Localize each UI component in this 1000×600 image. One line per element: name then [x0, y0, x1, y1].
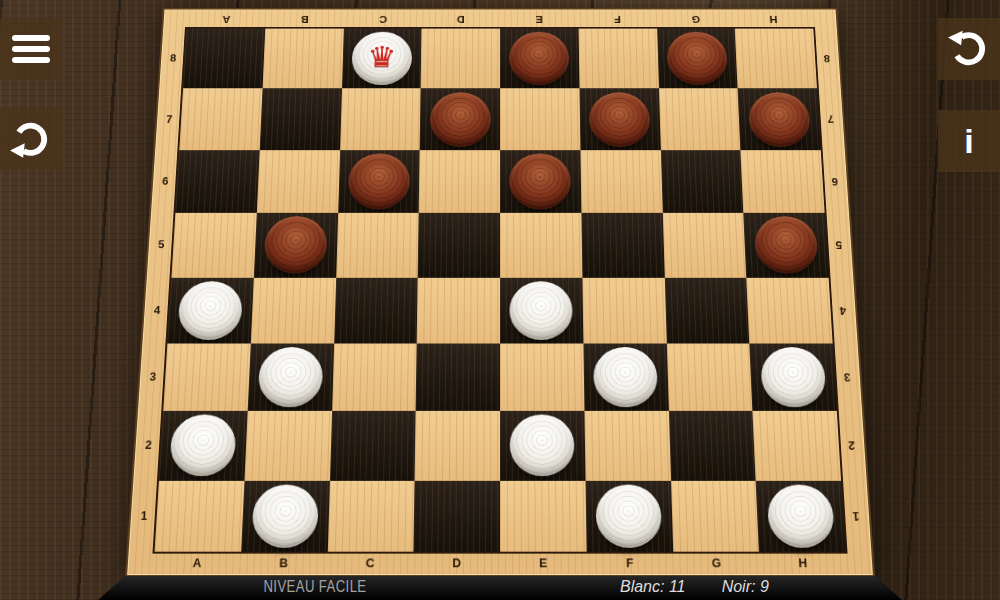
col-label-bottom-C: C: [327, 552, 414, 575]
piece-white-man-f3[interactable]: [593, 347, 658, 407]
piece-black-man-b5[interactable]: [264, 217, 328, 274]
col-label-bottom-G: G: [673, 552, 760, 575]
square-B2[interactable]: [244, 411, 331, 480]
square-C6[interactable]: [338, 150, 420, 213]
square-D5[interactable]: [418, 213, 500, 277]
info-icon: i: [964, 124, 973, 158]
square-B7[interactable]: [259, 89, 341, 150]
square-G3[interactable]: [666, 343, 752, 411]
square-C5[interactable]: [336, 213, 419, 277]
square-C3[interactable]: [332, 343, 417, 411]
col-label-top-E: E: [500, 10, 578, 29]
white-score-label: Blanc:: [620, 578, 664, 595]
square-A2[interactable]: [159, 411, 247, 480]
restart-button[interactable]: [0, 108, 62, 170]
board-frame: ABCDEFGH8♛877665544332211ABCDEFGH: [125, 8, 875, 577]
square-E7[interactable]: [500, 89, 580, 150]
col-label-bottom-A: A: [153, 552, 241, 575]
square-B5[interactable]: [254, 213, 338, 277]
col-label-top-G: G: [656, 10, 735, 29]
piece-white-man-e2[interactable]: [510, 415, 575, 477]
square-F5[interactable]: [581, 213, 664, 277]
square-C2[interactable]: [329, 411, 415, 480]
col-label-bottom-H: H: [759, 552, 847, 575]
row-label-right-7: 7: [817, 89, 845, 150]
king-crown-icon: ♛: [367, 43, 397, 72]
square-A8[interactable]: [183, 29, 265, 89]
square-F1[interactable]: [585, 480, 672, 551]
level-label: NIVEAU FACILE: [264, 578, 367, 596]
square-G1[interactable]: [671, 480, 760, 551]
board-front-bar: NIVEAU FACILE Blanc: 11 Noir: 9: [98, 576, 902, 600]
restart-icon: [9, 117, 53, 161]
square-G5[interactable]: [662, 213, 746, 277]
piece-white-king-c8[interactable]: ♛: [351, 32, 412, 85]
square-A3[interactable]: [163, 343, 250, 411]
square-B4[interactable]: [251, 277, 336, 343]
undo-icon: [947, 27, 991, 71]
frame-corner: [812, 10, 837, 29]
square-H8[interactable]: [735, 29, 817, 89]
black-score-value: 9: [760, 578, 769, 595]
square-D4[interactable]: [417, 277, 500, 343]
square-F2[interactable]: [584, 411, 670, 480]
white-score: Blanc: 11: [620, 578, 686, 596]
square-D7[interactable]: [420, 89, 500, 150]
square-E5[interactable]: [500, 213, 582, 277]
col-label-bottom-E: E: [500, 552, 587, 575]
square-E1[interactable]: [500, 480, 586, 551]
row-label-right-4: 4: [829, 277, 858, 343]
col-label-top-B: B: [265, 10, 344, 29]
square-A7[interactable]: [179, 89, 262, 150]
square-H6[interactable]: [741, 150, 825, 213]
square-A5[interactable]: [171, 213, 256, 277]
col-label-top-A: A: [187, 10, 266, 29]
square-D6[interactable]: [419, 150, 500, 213]
piece-black-man-g8[interactable]: [666, 32, 728, 85]
row-label-right-5: 5: [825, 213, 854, 277]
col-label-bottom-F: F: [586, 552, 673, 575]
square-A1[interactable]: [155, 480, 245, 551]
square-H4[interactable]: [746, 277, 832, 343]
info-button[interactable]: i: [938, 110, 1000, 172]
piece-black-man-h7[interactable]: [747, 92, 811, 146]
square-D8[interactable]: [421, 29, 500, 89]
square-H3[interactable]: [749, 343, 836, 411]
row-label-right-1: 1: [841, 480, 871, 551]
piece-black-man-f7[interactable]: [589, 92, 651, 146]
square-F3[interactable]: [583, 343, 668, 411]
square-A6[interactable]: [175, 150, 259, 213]
square-B6[interactable]: [257, 150, 340, 213]
square-E8[interactable]: [500, 29, 579, 89]
black-score: Noir: 9: [722, 578, 769, 596]
square-F8[interactable]: [578, 29, 658, 89]
square-G7[interactable]: [658, 89, 740, 150]
col-label-bottom-D: D: [413, 552, 500, 575]
frame-corner: [127, 552, 154, 575]
square-E2[interactable]: [500, 411, 585, 480]
piece-black-man-d7[interactable]: [429, 92, 490, 146]
menu-button[interactable]: [0, 18, 62, 80]
piece-white-man-e4[interactable]: [510, 281, 573, 340]
square-D3[interactable]: [416, 343, 500, 411]
piece-white-man-h1[interactable]: [766, 484, 835, 547]
piece-white-man-h3[interactable]: [760, 347, 827, 407]
square-A4[interactable]: [167, 277, 253, 343]
square-E3[interactable]: [500, 343, 584, 411]
col-label-top-F: F: [578, 10, 657, 29]
square-C4[interactable]: [334, 277, 418, 343]
piece-white-man-b3[interactable]: [258, 347, 324, 407]
board: ABCDEFGH8♛877665544332211ABCDEFGH: [125, 8, 875, 577]
square-H5[interactable]: [743, 213, 828, 277]
square-G6[interactable]: [660, 150, 743, 213]
square-C1[interactable]: [327, 480, 414, 551]
row-label-right-6: 6: [821, 150, 849, 213]
white-score-value: 11: [669, 578, 686, 595]
black-score-label: Noir:: [722, 578, 756, 595]
square-H1[interactable]: [756, 480, 846, 551]
piece-white-man-a2[interactable]: [169, 415, 237, 477]
col-label-bottom-B: B: [240, 552, 327, 575]
square-B3[interactable]: [247, 343, 333, 411]
square-G4[interactable]: [664, 277, 749, 343]
row-label-right-3: 3: [833, 343, 862, 411]
row-label-right-2: 2: [837, 411, 867, 480]
square-B8[interactable]: [262, 29, 343, 89]
undo-button[interactable]: [938, 18, 1000, 80]
piece-white-man-a4[interactable]: [178, 281, 244, 340]
square-E6[interactable]: [500, 150, 581, 213]
piece-black-man-e8[interactable]: [509, 32, 569, 85]
piece-black-man-h5[interactable]: [753, 217, 818, 274]
col-label-top-D: D: [422, 10, 500, 29]
square-D2[interactable]: [415, 411, 500, 480]
menu-icon: [12, 30, 50, 68]
square-G8[interactable]: [657, 29, 738, 89]
square-G2[interactable]: [668, 411, 755, 480]
square-D1[interactable]: [414, 480, 500, 551]
square-C8[interactable]: ♛: [342, 29, 422, 89]
square-C7[interactable]: [340, 89, 421, 150]
col-label-top-C: C: [343, 10, 422, 29]
piece-black-man-e6[interactable]: [510, 154, 572, 210]
square-F6[interactable]: [580, 150, 662, 213]
square-F4[interactable]: [582, 277, 666, 343]
frame-corner: [163, 10, 188, 29]
frame-corner: [845, 552, 872, 575]
piece-white-man-b1[interactable]: [251, 484, 319, 547]
square-B1[interactable]: [241, 480, 330, 551]
square-E4[interactable]: [500, 277, 583, 343]
col-label-top-H: H: [734, 10, 813, 29]
square-H2[interactable]: [753, 411, 841, 480]
piece-black-man-c6[interactable]: [348, 154, 411, 210]
row-label-right-8: 8: [813, 29, 840, 89]
square-F7[interactable]: [579, 89, 660, 150]
square-H7[interactable]: [738, 89, 821, 150]
piece-white-man-f1[interactable]: [596, 484, 663, 547]
